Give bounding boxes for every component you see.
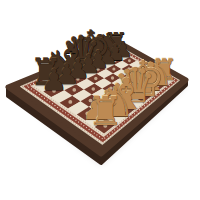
mosaic-dot: [68, 100, 72, 104]
mosaic-dot: [142, 76, 145, 79]
mosaic-dot: [125, 96, 128, 100]
mosaic-dot: [126, 86, 129, 89]
mosaic-dot: [57, 78, 61, 82]
mosaic-dot: [72, 88, 76, 92]
mosaic-dot: [127, 67, 130, 70]
mosaic-dot: [94, 77, 97, 80]
mosaic-dot: [109, 86, 112, 89]
mosaic-dot: [96, 68, 99, 71]
mosaic-dot: [142, 85, 145, 88]
mosaic-dot: [111, 76, 114, 79]
mosaic-dot: [142, 67, 145, 70]
mosaic-dot: [105, 110, 109, 114]
mosaic-dot: [156, 75, 159, 78]
mosaic-dot: [85, 112, 89, 116]
mosaic-dot: [80, 68, 83, 71]
mosaic-dot: [115, 52, 118, 55]
mosaic-dot: [99, 59, 102, 62]
mosaic-dot: [114, 59, 117, 62]
mosaic-dot: [156, 84, 159, 87]
mosaic-dot: [128, 59, 131, 62]
mosaic-dot: [107, 97, 111, 101]
mosaic-dot: [52, 89, 56, 93]
mosaic-dot: [92, 87, 96, 91]
mosaic-dot: [127, 76, 130, 79]
mosaic-dot: [103, 124, 107, 128]
product-photo: ♜♞♟♝♟♟♚♟♛♟♝♟♟♞♜♟♟♜♞♟♟♝♟♚♟♛♟♝♟♞♟♜: [0, 0, 200, 200]
mosaic-dot: [76, 77, 79, 80]
chess-board: [0, 0, 200, 200]
mosaic-dot: [112, 67, 115, 70]
mosaic-dot: [89, 99, 93, 103]
mosaic-dot: [142, 95, 145, 98]
mosaic-dot: [124, 108, 128, 112]
